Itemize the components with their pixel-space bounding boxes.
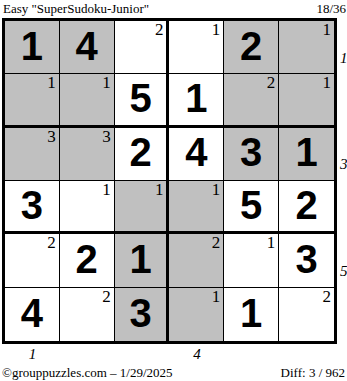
copyright-text: ©grouppuzzles.com – 1/29/2025 [2, 365, 173, 380]
cell-value: 4 [185, 132, 207, 172]
cell-r6c2[interactable]: 2 [60, 288, 115, 341]
cell-r5c5[interactable]: 1 [224, 234, 279, 287]
pencil-mark: 1 [212, 288, 221, 306]
col-labels: 14 [5, 346, 334, 361]
pencil-mark: 2 [102, 288, 111, 306]
cell-r6c3[interactable]: 3 [115, 288, 170, 341]
cell-value: 3 [21, 185, 43, 225]
cell-value: 1 [240, 293, 262, 333]
cell-value: 3 [129, 293, 151, 333]
cell-r5c6[interactable]: 3 [279, 234, 334, 287]
col-label-1: 1 [29, 346, 37, 363]
cell-r1c1[interactable]: 1 [5, 21, 60, 74]
pencil-mark: 2 [267, 74, 276, 92]
pencil-mark: 3 [47, 128, 56, 146]
cell-r6c1[interactable]: 4 [5, 288, 60, 341]
pencil-mark: 1 [322, 21, 331, 39]
col-label-4: 4 [193, 346, 201, 363]
cell-r3c3[interactable]: 2 [115, 128, 170, 181]
pencil-mark: 2 [212, 234, 221, 252]
cell-r2c2[interactable]: 1 [60, 74, 115, 127]
puzzle-header: Easy "SuperSudoku-Junior" 18/36 [3, 1, 346, 16]
puzzle-page: Easy "SuperSudoku-Junior" 18/36 14212111… [0, 0, 347, 381]
cell-value: 2 [295, 185, 317, 225]
progress-counter: 18/36 [316, 1, 346, 16]
pencil-mark: 2 [155, 21, 164, 39]
cell-r6c6[interactable]: 2 [279, 288, 334, 341]
cell-r1c4[interactable]: 1 [169, 21, 224, 74]
cell-r2c3[interactable]: 5 [115, 74, 170, 127]
cell-value: 4 [21, 293, 43, 333]
difficulty-text: Diff: 3 / 962 [281, 365, 345, 380]
cell-r2c5[interactable]: 2 [224, 74, 279, 127]
cell-r5c2[interactable]: 2 [60, 234, 115, 287]
pencil-mark: 2 [47, 234, 56, 252]
sudoku-grid: 142121115121332431311152221213423112 [2, 18, 337, 344]
cell-r2c1[interactable]: 1 [5, 74, 60, 127]
cell-r1c5[interactable]: 2 [224, 21, 279, 74]
cell-r5c4[interactable]: 2 [169, 234, 224, 287]
pencil-mark: 2 [322, 288, 331, 306]
pencil-mark: 1 [102, 74, 111, 92]
pencil-mark: 1 [267, 234, 276, 252]
cell-value: 3 [295, 239, 317, 279]
cell-r4c4[interactable]: 1 [169, 181, 224, 234]
cell-value: 2 [129, 132, 151, 172]
cell-r3c6[interactable]: 1 [279, 128, 334, 181]
puzzle-footer: ©grouppuzzles.com – 1/29/2025 Diff: 3 / … [2, 365, 345, 380]
cell-r3c4[interactable]: 4 [169, 128, 224, 181]
cell-r1c3[interactable]: 2 [115, 21, 170, 74]
pencil-mark: 1 [212, 181, 221, 199]
cell-r2c4[interactable]: 1 [169, 74, 224, 127]
cell-value: 1 [185, 78, 207, 118]
pencil-mark: 1 [102, 181, 111, 199]
pencil-mark: 1 [212, 21, 221, 39]
cell-value: 4 [76, 26, 98, 66]
cell-value: 2 [240, 26, 262, 66]
cell-r1c2[interactable]: 4 [60, 21, 115, 74]
cell-value: 2 [76, 239, 98, 279]
cell-value: 1 [21, 26, 43, 66]
pencil-mark: 1 [47, 74, 56, 92]
cell-value: 5 [129, 78, 151, 118]
cell-value: 1 [295, 132, 317, 172]
cell-r1c6[interactable]: 1 [279, 21, 334, 74]
pencil-mark: 3 [102, 128, 111, 146]
cell-r4c1[interactable]: 3 [5, 181, 60, 234]
cell-r4c2[interactable]: 1 [60, 181, 115, 234]
cell-value: 5 [240, 185, 262, 225]
puzzle-title: Easy "SuperSudoku-Junior" [3, 1, 149, 16]
pencil-mark: 1 [322, 74, 331, 92]
pencil-mark: 1 [155, 181, 164, 199]
row-labels: 135 [340, 21, 347, 341]
cell-r4c6[interactable]: 2 [279, 181, 334, 234]
row-label-5: 5 [340, 263, 347, 280]
row-label-1: 1 [340, 50, 347, 67]
cell-r6c4[interactable]: 1 [169, 288, 224, 341]
cell-r4c3[interactable]: 1 [115, 181, 170, 234]
cell-r3c2[interactable]: 3 [60, 128, 115, 181]
cell-r3c5[interactable]: 3 [224, 128, 279, 181]
cell-value: 3 [240, 132, 262, 172]
cell-r5c1[interactable]: 2 [5, 234, 60, 287]
cell-r4c5[interactable]: 5 [224, 181, 279, 234]
cell-r3c1[interactable]: 3 [5, 128, 60, 181]
cell-r5c3[interactable]: 1 [115, 234, 170, 287]
cell-r6c5[interactable]: 1 [224, 288, 279, 341]
cell-value: 1 [129, 239, 151, 279]
row-label-3: 3 [340, 156, 347, 173]
cell-r2c6[interactable]: 1 [279, 74, 334, 127]
